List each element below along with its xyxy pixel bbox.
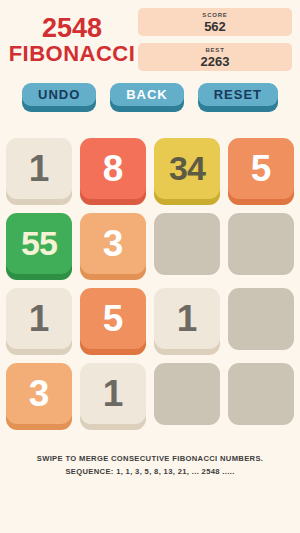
app-title-number: 2548 (6, 14, 138, 42)
instructions-line2: SEQUENCE: 1, 1, 3, 5, 8, 13, 21, ... 254… (10, 467, 290, 476)
empty-cell-r3c4 (228, 288, 294, 350)
tile-8-r1c2: 8 (80, 138, 146, 199)
score-label: SCORE (202, 12, 227, 18)
best-box: BEST 2263 (138, 43, 292, 71)
tile-1-r4c2: 1 (80, 363, 146, 424)
empty-cell-r2c4 (228, 213, 294, 275)
tile-1-r1c1: 1 (6, 138, 72, 199)
tile-55-r2c1: 55 (6, 213, 72, 274)
board[interactable]: 1834555315131 (0, 138, 300, 430)
best-label: BEST (205, 47, 224, 53)
toolbar: UNDO BACK RESET (0, 83, 300, 106)
score-panel: SCORE 562 BEST 2263 (138, 8, 292, 71)
score-value: 562 (204, 19, 226, 34)
header: 2548 FIBONACCI SCORE 562 BEST 2263 (0, 0, 300, 71)
instructions: SWIPE TO MERGE CONSECUTIVE FIBONACCI NUM… (0, 454, 300, 476)
app-title-word: FIBONACCI (6, 42, 138, 65)
empty-cell-r4c3 (154, 363, 220, 425)
tile-3-r2c2: 3 (80, 213, 146, 274)
tile-1-r3c1: 1 (6, 288, 72, 349)
score-box: SCORE 562 (138, 8, 292, 36)
app-window: 2548 FIBONACCI SCORE 562 BEST 2263 UNDO … (0, 0, 300, 533)
tile-5-r3c2: 5 (80, 288, 146, 349)
instructions-line1: SWIPE TO MERGE CONSECUTIVE FIBONACCI NUM… (10, 454, 290, 463)
empty-cell-r4c4 (228, 363, 294, 425)
tile-34-r1c3: 34 (154, 138, 220, 199)
undo-button[interactable]: UNDO (22, 83, 96, 106)
tile-5-r1c4: 5 (228, 138, 294, 199)
tile-1-r3c3: 1 (154, 288, 220, 349)
app-title: 2548 FIBONACCI (6, 14, 138, 65)
reset-button[interactable]: RESET (198, 83, 278, 106)
best-value: 2263 (201, 54, 230, 69)
empty-cell-r2c3 (154, 213, 220, 275)
back-button[interactable]: BACK (110, 83, 184, 106)
tile-3-r4c1: 3 (6, 363, 72, 424)
